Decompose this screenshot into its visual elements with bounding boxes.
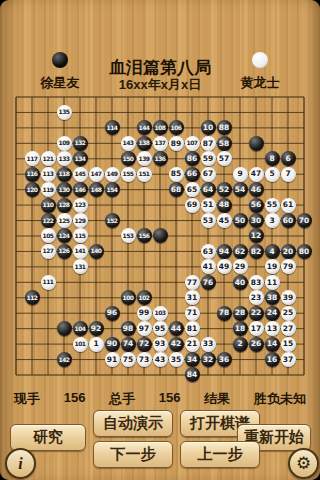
current-move-label: 现手 — [14, 390, 40, 408]
stone-36: 36 — [217, 352, 232, 367]
stone-26: 26 — [249, 337, 264, 352]
result-label: 结果 — [204, 390, 230, 408]
stone-135: 135 — [57, 105, 72, 120]
stone-24: 24 — [265, 306, 280, 321]
stone-100: 100 — [121, 290, 136, 305]
stone-9: 9 — [233, 167, 248, 182]
stone-11: 11 — [265, 275, 280, 290]
stone-123: 123 — [73, 198, 88, 213]
stone-65: 65 — [185, 182, 200, 197]
prev-move-button[interactable]: 上一步 — [180, 441, 260, 468]
stone-94: 94 — [217, 244, 232, 259]
app-screen: 血泪篇第八局 16xx年x月x日 徐星友 黄龙士 135114144108106… — [0, 0, 320, 480]
stone-2: 2 — [233, 337, 248, 352]
stone-3: 3 — [265, 213, 280, 228]
stone-97: 97 — [137, 321, 152, 336]
stone-41: 41 — [201, 259, 216, 274]
stone-30: 30 — [249, 213, 264, 228]
stone-129: 129 — [73, 213, 88, 228]
stone-52: 52 — [217, 182, 232, 197]
stone-28: 28 — [233, 306, 248, 321]
stone-111: 111 — [41, 275, 56, 290]
stone-113: 113 — [41, 167, 56, 182]
stone-99: 99 — [137, 306, 152, 321]
stone-149: 149 — [105, 167, 120, 182]
result-value: 胜负未知 — [254, 390, 306, 408]
stone-44: 44 — [169, 321, 184, 336]
stone-33: 33 — [201, 337, 216, 352]
stone-114: 114 — [105, 120, 120, 135]
stone-112: 112 — [25, 290, 40, 305]
stone-102: 102 — [137, 290, 152, 305]
stone-59: 59 — [201, 151, 216, 166]
stone-55: 55 — [265, 198, 280, 213]
stone-82: 82 — [249, 244, 264, 259]
stone-23: 23 — [249, 290, 264, 305]
stone-105: 105 — [41, 228, 56, 243]
stone-109: 109 — [57, 136, 72, 151]
stone-51: 51 — [201, 198, 216, 213]
stone-76: 76 — [201, 275, 216, 290]
goban[interactable]: 1351141441081061088109132143138137891078… — [0, 0, 320, 480]
stone-31: 31 — [185, 290, 200, 305]
auto-play-button[interactable]: 自动演示 — [93, 410, 173, 437]
stone-152: 152 — [105, 213, 120, 228]
stone-78: 78 — [217, 306, 232, 321]
stone-62: 62 — [233, 244, 248, 259]
stone-49: 49 — [217, 259, 232, 274]
settings-button[interactable]: ⚙ — [288, 448, 319, 479]
stone-75: 75 — [121, 352, 136, 367]
stone-136: 136 — [153, 151, 168, 166]
stone-140: 140 — [89, 244, 104, 259]
stone-96: 96 — [105, 306, 120, 321]
stone-64: 64 — [201, 182, 216, 197]
stone-74: 74 — [121, 337, 136, 352]
stone-137: 137 — [153, 136, 168, 151]
stone-50: 50 — [233, 213, 248, 228]
stone-153: 153 — [121, 228, 136, 243]
stone-69: 69 — [185, 198, 200, 213]
stone-145: 145 — [73, 167, 88, 182]
stone-6: 6 — [281, 151, 296, 166]
stone-106: 106 — [169, 120, 184, 135]
stone-93: 93 — [153, 337, 168, 352]
stone-101: 101 — [73, 337, 88, 352]
stone-83: 83 — [249, 275, 264, 290]
stone-79: 79 — [281, 259, 296, 274]
stone-handicap — [249, 136, 264, 151]
stone-40: 40 — [233, 275, 248, 290]
stone-63: 63 — [201, 244, 216, 259]
stone-37: 37 — [281, 352, 296, 367]
stone-151: 151 — [137, 167, 152, 182]
stone-118: 118 — [57, 167, 72, 182]
stone-70: 70 — [297, 213, 312, 228]
stone-22: 22 — [249, 306, 264, 321]
stone-58: 58 — [217, 136, 232, 151]
stone-19: 19 — [265, 259, 280, 274]
stone-124: 124 — [57, 228, 72, 243]
stone-156: 156 — [137, 228, 152, 243]
stone-117: 117 — [25, 151, 40, 166]
stone-29: 29 — [233, 259, 248, 274]
stone-1: 1 — [89, 337, 104, 352]
stone-5: 5 — [265, 167, 280, 182]
info-button[interactable]: i — [5, 448, 36, 479]
stone-32: 32 — [201, 352, 216, 367]
stone-89: 89 — [169, 136, 184, 151]
stone-88: 88 — [217, 120, 232, 135]
stone-13: 13 — [265, 321, 280, 336]
stone-56: 56 — [249, 198, 264, 213]
stone-12: 12 — [249, 228, 264, 243]
stone-54: 54 — [233, 182, 248, 197]
stone-132: 132 — [73, 136, 88, 151]
stone-121: 121 — [41, 151, 56, 166]
stone-47: 47 — [249, 167, 264, 182]
stone-144: 144 — [137, 120, 152, 135]
stone-25: 25 — [281, 306, 296, 321]
stone-142: 142 — [57, 352, 72, 367]
stone-67: 67 — [201, 167, 216, 182]
stone-115: 115 — [73, 228, 88, 243]
stone-7: 7 — [281, 167, 296, 182]
stone-39: 39 — [281, 290, 296, 305]
stone-48: 48 — [217, 198, 232, 213]
stone-122: 122 — [41, 213, 56, 228]
stone-38: 38 — [265, 290, 280, 305]
stone-103: 103 — [153, 306, 168, 321]
stone-107: 107 — [185, 136, 200, 151]
info-icon: i — [18, 455, 22, 473]
stone-68: 68 — [169, 182, 184, 197]
stone-66: 66 — [185, 167, 200, 182]
stone-128: 128 — [57, 198, 72, 213]
stone-16: 16 — [265, 352, 280, 367]
stone-147: 147 — [89, 167, 104, 182]
stone-handicap — [153, 228, 168, 243]
stone-43: 43 — [153, 352, 168, 367]
stone-155: 155 — [121, 167, 136, 182]
stone-35: 35 — [169, 352, 184, 367]
stone-10: 10 — [201, 120, 216, 135]
stone-77: 77 — [185, 275, 200, 290]
stone-17: 17 — [249, 321, 264, 336]
stone-42: 42 — [169, 337, 184, 352]
status-bar: 现手 156 总手 156 结果 胜负未知 — [0, 390, 320, 408]
stone-61: 61 — [281, 198, 296, 213]
stone-20: 20 — [281, 244, 296, 259]
stone-46: 46 — [249, 182, 264, 197]
stone-18: 18 — [233, 321, 248, 336]
stone-148: 148 — [89, 182, 104, 197]
total-moves-label: 总手 — [109, 390, 135, 408]
stone-139: 139 — [137, 151, 152, 166]
stone-125: 125 — [57, 213, 72, 228]
stone-138: 138 — [137, 136, 152, 151]
stone-4: 4 — [265, 244, 280, 259]
stone-150: 150 — [121, 151, 136, 166]
stone-91: 91 — [105, 352, 120, 367]
stone-15: 15 — [281, 337, 296, 352]
stone-133: 133 — [57, 151, 72, 166]
stone-131: 131 — [73, 259, 88, 274]
stone-127: 127 — [41, 244, 56, 259]
stone-8: 8 — [265, 151, 280, 166]
stone-85: 85 — [169, 167, 184, 182]
stone-45: 45 — [217, 213, 232, 228]
stone-98: 98 — [121, 321, 136, 336]
stone-90: 90 — [105, 337, 120, 352]
current-move-value: 156 — [64, 390, 86, 408]
stone-84: 84 — [185, 367, 200, 382]
stone-81: 81 — [185, 321, 200, 336]
stone-130: 130 — [57, 182, 72, 197]
stone-57: 57 — [217, 151, 232, 166]
stone-21: 21 — [185, 337, 200, 352]
stone-92: 92 — [89, 321, 104, 336]
stone-14: 14 — [265, 337, 280, 352]
stone-53: 53 — [201, 213, 216, 228]
stone-143: 143 — [121, 136, 136, 151]
stone-95: 95 — [153, 321, 168, 336]
stone-71: 71 — [185, 306, 200, 321]
stone-154: 154 — [105, 182, 120, 197]
stone-80: 80 — [297, 244, 312, 259]
stone-86: 86 — [185, 151, 200, 166]
study-button[interactable]: 研究 — [10, 424, 86, 451]
total-moves-value: 156 — [159, 390, 181, 408]
stone-60: 60 — [281, 213, 296, 228]
stone-110: 110 — [41, 198, 56, 213]
stone-126: 126 — [57, 244, 72, 259]
stone-116: 116 — [25, 167, 40, 182]
stone-73: 73 — [137, 352, 152, 367]
stone-119: 119 — [41, 182, 56, 197]
stone-87: 87 — [201, 136, 216, 151]
stone-141: 141 — [73, 244, 88, 259]
stone-120: 120 — [25, 182, 40, 197]
stone-146: 146 — [73, 182, 88, 197]
gear-icon: ⚙ — [296, 453, 311, 474]
next-move-button[interactable]: 下一步 — [93, 441, 173, 468]
stone-27: 27 — [281, 321, 296, 336]
stone-108: 108 — [153, 120, 168, 135]
stone-handicap — [57, 321, 72, 336]
stone-72: 72 — [137, 337, 152, 352]
stone-134: 134 — [73, 151, 88, 166]
stone-34: 34 — [185, 352, 200, 367]
stone-104: 104 — [73, 321, 88, 336]
